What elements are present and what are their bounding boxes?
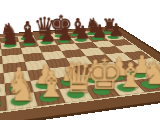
board-inlay-border: ♜♞♝♛♚♝♞♜♟♟♟♟♟♟♟♟♟♟♟♟♟♟♟♟♜♞♝♛♚♝♞♜ [0,29,160,116]
piece-black-pawn: ♟ [57,25,73,43]
chess-set-photo: ♜♞♝♛♚♝♞♜♟♟♟♟♟♟♟♟♟♟♟♟♟♟♟♟♜♞♝♛♚♝♞♜ [0,0,160,120]
piece-white-knight: ♞ [6,71,38,107]
board-grid: ♜♞♝♛♚♝♞♜♟♟♟♟♟♟♟♟♟♟♟♟♟♟♟♟♜♞♝♛♚♝♞♜ [0,30,160,115]
piece-black-pawn: ♟ [75,24,91,42]
piece-black-pawn: ♟ [91,23,107,41]
square-c1: ♝ [33,89,66,106]
piece-white-bishop: ♝ [35,66,67,102]
piece-black-pawn: ♟ [108,22,124,39]
piece-white-rook: ♜ [0,78,6,110]
piece-black-pawn: ♟ [21,27,38,46]
piece-black-pawn: ♟ [39,26,56,45]
chess-board: ♜♞♝♛♚♝♞♜♟♟♟♟♟♟♟♟♟♟♟♟♟♟♟♟♜♞♝♛♚♝♞♜ [0,26,160,120]
square-b1: ♞ [6,92,38,110]
piece-black-pawn: ♟ [2,29,19,48]
